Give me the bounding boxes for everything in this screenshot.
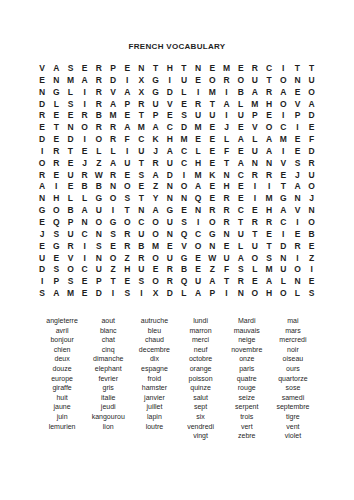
word-item: serpent [224, 402, 270, 412]
grid-cell-r17c15: A [234, 253, 248, 265]
grid-cell-r15c3: U [63, 229, 77, 241]
grid-cell-r1c17: C [262, 63, 276, 75]
grid-cell-r2c8: X [134, 75, 148, 87]
grid-cell-r8c8: U [134, 146, 148, 158]
grid-cell-r10c9: A [149, 170, 163, 182]
grid-cell-r18c7: H [120, 264, 134, 276]
grid-cell-r13c6: I [106, 205, 120, 217]
grid-cell-r2c16: U [248, 75, 262, 87]
grid-cell-r20c6: I [106, 288, 120, 300]
grid-cell-r3c14: I [219, 87, 233, 99]
grid-cell-r4c8: R [134, 99, 148, 111]
grid-cell-r18c10: R [163, 264, 177, 276]
grid-cell-r6c6: R [106, 122, 120, 134]
grid-cell-r19c20: E [305, 276, 319, 288]
grid-cell-r4c9: U [149, 99, 163, 111]
grid-cell-r12c7: S [120, 193, 134, 205]
grid-cell-r18c1: D [35, 264, 49, 276]
grid-cell-r19c8: S [134, 276, 148, 288]
grid-cell-r6c1: E [35, 122, 49, 134]
grid-cell-r2c1: E [35, 75, 49, 87]
grid-cell-r8c11: C [177, 146, 191, 158]
grid-cell-r17c10: U [163, 253, 177, 265]
word-item: ours [270, 364, 316, 374]
word-item: salut [178, 393, 224, 403]
grid-cell-r5c10: E [163, 110, 177, 122]
grid-cell-r17c4: I [78, 253, 92, 265]
grid-cell-r2c15: O [234, 75, 248, 87]
grid-cell-r3c17: R [262, 87, 276, 99]
grid-cell-r19c6: T [106, 276, 120, 288]
grid-cell-r13c19: V [290, 205, 304, 217]
grid-cell-r17c3: V [63, 253, 77, 265]
grid-cell-r9c2: R [49, 158, 63, 170]
grid-cell-r7c8: C [134, 134, 148, 146]
grid-cell-r7c12: E [191, 134, 205, 146]
grid-cell-r9c3: E [63, 158, 77, 170]
grid-cell-r10c16: R [248, 170, 262, 182]
grid-cell-r7c1: D [35, 134, 49, 146]
word-item: rouge [224, 383, 270, 393]
word-item: chat [85, 335, 131, 345]
grid-cell-r19c7: E [120, 276, 134, 288]
grid-cell-r10c17: R [262, 170, 276, 182]
grid-cell-r17c18: N [276, 253, 290, 265]
grid-cell-r4c17: H [262, 99, 276, 111]
grid-cell-r4c20: A [305, 99, 319, 111]
grid-cell-r3c2: G [49, 87, 63, 99]
grid-cell-r18c12: E [191, 264, 205, 276]
word-item: merci [178, 335, 224, 345]
grid-cell-r16c16: U [248, 241, 262, 253]
grid-cell-r13c12: N [191, 205, 205, 217]
grid-cell-r1c7: E [120, 63, 134, 75]
grid-cell-r13c7: T [120, 205, 134, 217]
grid-cell-r3c12: I [191, 87, 205, 99]
grid-cell-r4c11: E [177, 99, 191, 111]
grid-cell-r4c4: I [78, 99, 92, 111]
grid-cell-r8c9: J [149, 146, 163, 158]
word-item: mauvais [224, 326, 270, 336]
grid-cell-r20c4: E [78, 288, 92, 300]
word-item: vingt [178, 431, 224, 441]
grid-cell-r11c15: E [234, 181, 248, 193]
grid-cell-r17c6: O [106, 253, 120, 265]
grid-cell-r15c18: I [276, 229, 290, 241]
grid-cell-r8c16: U [248, 146, 262, 158]
grid-cell-r19c18: L [276, 276, 290, 288]
word-item: vert [224, 422, 270, 432]
grid-cell-r10c10: D [163, 170, 177, 182]
word-item: quatre [224, 374, 270, 384]
grid-cell-r6c16: V [248, 122, 262, 134]
grid-cell-r14c1: E [35, 217, 49, 229]
grid-cell-r8c6: L [106, 146, 120, 158]
grid-cell-r15c9: O [149, 229, 163, 241]
grid-cell-r5c17: E [262, 110, 276, 122]
word-item: deux [39, 354, 85, 364]
grid-cell-r5c4: R [78, 110, 92, 122]
grid-cell-r13c1: G [35, 205, 49, 217]
grid-cell-r15c16: T [248, 229, 262, 241]
grid-cell-r16c20: E [305, 241, 319, 253]
grid-cell-r15c10: N [163, 229, 177, 241]
grid-cell-r15c8: U [134, 229, 148, 241]
grid-cell-r17c2: E [49, 253, 63, 265]
word-item: quartorze [270, 374, 316, 384]
grid-cell-r5c7: E [120, 110, 134, 122]
grid-cell-r11c14: H [219, 181, 233, 193]
grid-cell-r4c16: M [248, 99, 262, 111]
grid-cell-r14c11: S [177, 217, 191, 229]
grid-cell-r19c1: I [35, 276, 49, 288]
grid-cell-r16c9: M [149, 241, 163, 253]
grid-cell-r5c15: U [234, 110, 248, 122]
grid-cell-r16c14: E [219, 241, 233, 253]
grid-cell-r3c9: G [149, 87, 163, 99]
grid-cell-r19c5: P [92, 276, 106, 288]
grid-cell-r9c12: H [191, 158, 205, 170]
grid-cell-r8c13: E [205, 146, 219, 158]
grid-cell-r12c16: I [248, 193, 262, 205]
grid-cell-r1c19: T [290, 63, 304, 75]
worksheet-page: FRENCH VOCABULARY VASERPENTHTNEMERCITTEN… [0, 0, 354, 500]
grid-cell-r10c12: M [191, 170, 205, 182]
word-list-column-3: autruchebleuchauddecembredixespagnefroid… [131, 316, 177, 441]
grid-cell-r17c20: Z [305, 253, 319, 265]
grid-cell-r4c10: V [163, 99, 177, 111]
grid-cell-r9c11: C [177, 158, 191, 170]
grid-cell-r12c9: Y [149, 193, 163, 205]
grid-cell-r1c3: S [63, 63, 77, 75]
grid-cell-r15c17: E [262, 229, 276, 241]
word-item: tigre [270, 412, 316, 422]
grid-cell-r18c19: O [290, 264, 304, 276]
grid-cell-r19c17: A [262, 276, 276, 288]
grid-cell-r1c18: I [276, 63, 290, 75]
grid-cell-r11c13: E [205, 181, 219, 193]
grid-cell-r8c1: I [35, 146, 49, 158]
grid-cell-r20c5: D [92, 288, 106, 300]
grid-cell-r14c14: R [219, 217, 233, 229]
grid-cell-r12c15: E [234, 193, 248, 205]
grid-cell-r11c6: N [106, 181, 120, 193]
grid-cell-r7c17: A [262, 134, 276, 146]
grid-cell-r4c14: A [219, 99, 233, 111]
grid-cell-r2c13: O [205, 75, 219, 87]
grid-cell-r6c2: T [49, 122, 63, 134]
word-item: loutre [131, 422, 177, 432]
grid-cell-r5c16: P [248, 110, 262, 122]
grid-cell-r19c13: A [205, 276, 219, 288]
grid-cell-r1c10: H [163, 63, 177, 75]
word-item: bleu [131, 326, 177, 336]
word-item: noir [270, 345, 316, 355]
word-item: oiseau [270, 354, 316, 364]
grid-cell-r2c6: D [106, 75, 120, 87]
grid-cell-r16c17: T [262, 241, 276, 253]
word-item: gris [85, 383, 131, 393]
grid-cell-r2c7: I [120, 75, 134, 87]
grid-cell-r13c9: A [149, 205, 163, 217]
grid-cell-r12c10: N [163, 193, 177, 205]
grid-cell-r15c19: E [290, 229, 304, 241]
grid-cell-r6c10: C [163, 122, 177, 134]
grid-cell-r19c11: Q [177, 276, 191, 288]
word-item: paris [224, 364, 270, 374]
word-item: lundi [178, 316, 224, 326]
grid-cell-r6c11: D [177, 122, 191, 134]
word-item: cinq [85, 345, 131, 355]
grid-cell-r12c11: N [177, 193, 191, 205]
word-item: chaud [131, 335, 177, 345]
grid-cell-r6c9: A [149, 122, 163, 134]
grid-cell-r15c1: J [35, 229, 49, 241]
word-item: froid [131, 374, 177, 384]
word-item: quinze [178, 383, 224, 393]
word-item: dix [131, 354, 177, 364]
grid-cell-r14c10: U [163, 217, 177, 229]
grid-cell-r14c13: O [205, 217, 219, 229]
grid-cell-r17c11: G [177, 253, 191, 265]
grid-cell-r14c19: I [290, 217, 304, 229]
grid-cell-r4c6: A [106, 99, 120, 111]
grid-cell-r7c14: L [219, 134, 233, 146]
grid-cell-r5c20: D [305, 110, 319, 122]
grid-cell-r13c5: U [92, 205, 106, 217]
word-item: juillet [131, 402, 177, 412]
grid-cell-r14c18: C [276, 217, 290, 229]
grid-cell-r16c6: E [106, 241, 120, 253]
grid-cell-r12c5: G [92, 193, 106, 205]
grid-cell-r7c20: F [305, 134, 319, 146]
grid-cell-r14c7: O [120, 217, 134, 229]
word-item: vent [270, 422, 316, 432]
grid-cell-r13c17: H [262, 205, 276, 217]
grid-cell-r2c14: R [219, 75, 233, 87]
grid-cell-r7c5: O [92, 134, 106, 146]
grid-cell-r13c14: R [219, 205, 233, 217]
word-item: decembre [131, 345, 177, 355]
grid-cell-r16c12: O [191, 241, 205, 253]
word-item: violet [270, 431, 316, 441]
grid-cell-r16c3: R [63, 241, 77, 253]
word-list-column-5: Mardimauvaisneigenovembreonzeparisquatre… [224, 316, 270, 441]
grid-cell-r9c4: J [78, 158, 92, 170]
grid-cell-r15c12: C [191, 229, 205, 241]
grid-cell-r12c6: O [106, 193, 120, 205]
grid-cell-r9c20: R [305, 158, 319, 170]
grid-cell-r1c14: M [219, 63, 233, 75]
grid-cell-r2c20: U [305, 75, 319, 87]
grid-cell-r4c19: V [290, 99, 304, 111]
grid-cell-r12c18: G [276, 193, 290, 205]
grid-cell-r17c16: O [248, 253, 262, 265]
grid-cell-r18c11: B [177, 264, 191, 276]
grid-cell-r7c19: E [290, 134, 304, 146]
grid-cell-r16c19: R [290, 241, 304, 253]
grid-cell-r3c18: A [276, 87, 290, 99]
grid-cell-r9c15: A [234, 158, 248, 170]
grid-cell-r18c14: F [219, 264, 233, 276]
grid-cell-r6c15: E [234, 122, 248, 134]
word-list-column-6: maimarsmercredinoiroiseauoursquartorzeso… [270, 316, 316, 441]
grid-cell-r10c5: W [92, 170, 106, 182]
word-item: marron [178, 326, 224, 336]
grid-cell-r2c2: N [49, 75, 63, 87]
grid-cell-r18c3: O [63, 264, 77, 276]
grid-cell-r5c14: I [219, 110, 233, 122]
grid-cell-r15c2: S [49, 229, 63, 241]
grid-cell-r7c11: M [177, 134, 191, 146]
grid-cell-r20c11: L [177, 288, 191, 300]
grid-cell-r14c8: C [134, 217, 148, 229]
grid-cell-r15c7: R [120, 229, 134, 241]
grid-cell-r7c9: K [149, 134, 163, 146]
grid-cell-r14c17: R [262, 217, 276, 229]
word-item: octobre [178, 354, 224, 364]
grid-cell-r2c17: T [262, 75, 276, 87]
grid-cell-r15c6: S [106, 229, 120, 241]
grid-cell-r3c4: I [78, 87, 92, 99]
grid-cell-r15c20: B [305, 229, 319, 241]
grid-cell-r3c11: L [177, 87, 191, 99]
grid-cell-r2c5: R [92, 75, 106, 87]
grid-cell-r10c6: R [106, 170, 120, 182]
grid-cell-r9c1: O [35, 158, 49, 170]
word-item: onze [224, 354, 270, 364]
grid-cell-r19c19: N [290, 276, 304, 288]
grid-cell-r14c6: G [106, 217, 120, 229]
grid-cell-r12c8: T [134, 193, 148, 205]
grid-cell-r8c20: D [305, 146, 319, 158]
grid-cell-r11c17: I [262, 181, 276, 193]
grid-cell-r12c3: L [63, 193, 77, 205]
grid-cell-r7c10: H [163, 134, 177, 146]
grid-cell-r16c1: E [35, 241, 49, 253]
grid-cell-r1c6: P [106, 63, 120, 75]
word-list: angleterreavrilbonjourchiendeuxdouzeeuro… [39, 316, 316, 441]
grid-cell-r19c10: R [163, 276, 177, 288]
grid-cell-r16c13: N [205, 241, 219, 253]
grid-cell-r8c14: F [219, 146, 233, 158]
grid-cell-r14c9: O [149, 217, 163, 229]
grid-cell-r2c11: U [177, 75, 191, 87]
grid-cell-r5c13: U [205, 110, 219, 122]
grid-cell-r12c2: H [49, 193, 63, 205]
grid-cell-r4c12: R [191, 99, 205, 111]
grid-cell-r15c4: C [78, 229, 92, 241]
grid-cell-r13c4: A [78, 205, 92, 217]
grid-cell-r19c16: E [248, 276, 262, 288]
grid-cell-r9c19: S [290, 158, 304, 170]
grid-cell-r16c10: E [163, 241, 177, 253]
grid-cell-r9c6: A [106, 158, 120, 170]
grid-cell-r15c11: Q [177, 229, 191, 241]
grid-cell-r7c15: A [234, 134, 248, 146]
grid-cell-r6c12: M [191, 122, 205, 134]
grid-cell-r9c10: U [163, 158, 177, 170]
grid-cell-r20c13: P [205, 288, 219, 300]
grid-cell-r13c11: E [177, 205, 191, 217]
grid-cell-r18c9: E [149, 264, 163, 276]
grid-cell-r5c1: R [35, 110, 49, 122]
grid-cell-r13c13: R [205, 205, 219, 217]
grid-cell-r2c19: N [290, 75, 304, 87]
grid-cell-r19c2: P [49, 276, 63, 288]
grid-cell-r1c4: E [78, 63, 92, 75]
word-item: neuf [178, 345, 224, 355]
grid-cell-r3c8: X [134, 87, 148, 99]
grid-cell-r17c1: U [35, 253, 49, 265]
word-item: lemurien [39, 422, 85, 432]
grid-cell-r5c19: P [290, 110, 304, 122]
grid-cell-r10c2: E [49, 170, 63, 182]
grid-cell-r6c4: O [78, 122, 92, 134]
grid-cell-r20c8: I [134, 288, 148, 300]
grid-cell-r16c11: V [177, 241, 191, 253]
grid-cell-r1c1: V [35, 63, 49, 75]
word-item: fevrier [85, 374, 131, 384]
grid-cell-r17c12: E [191, 253, 205, 265]
puzzle-title: FRENCH VOCABULARY [0, 42, 354, 51]
grid-cell-r8c17: A [262, 146, 276, 158]
grid-cell-r10c15: C [234, 170, 248, 182]
grid-cell-r7c13: E [205, 134, 219, 146]
grid-cell-r4c13: T [205, 99, 219, 111]
grid-cell-r3c16: A [248, 87, 262, 99]
grid-cell-r9c17: N [262, 158, 276, 170]
grid-cell-r5c9: P [149, 110, 163, 122]
grid-cell-r10c13: K [205, 170, 219, 182]
word-item: sose [270, 383, 316, 393]
wordsearch-grid: VASERPENTHTNEMERCITTENMARDIXGIUEOROUTONU… [35, 63, 319, 300]
grid-cell-r3c3: L [63, 87, 77, 99]
grid-cell-r12c20: J [305, 193, 319, 205]
grid-cell-r19c12: U [191, 276, 205, 288]
word-item: neige [224, 335, 270, 345]
grid-cell-r13c18: A [276, 205, 290, 217]
grid-cell-r6c19: I [290, 122, 304, 134]
grid-cell-r18c18: U [276, 264, 290, 276]
grid-cell-r18c16: L [248, 264, 262, 276]
grid-cell-r8c10: A [163, 146, 177, 158]
grid-cell-r6c7: A [120, 122, 134, 134]
grid-cell-r11c7: O [120, 181, 134, 193]
grid-cell-r18c4: C [78, 264, 92, 276]
grid-cell-r4c7: P [120, 99, 134, 111]
grid-cell-r11c1: A [35, 181, 49, 193]
grid-cell-r14c20: O [305, 217, 319, 229]
grid-cell-r5c6: M [106, 110, 120, 122]
grid-cell-r5c12: U [191, 110, 205, 122]
grid-cell-r13c15: C [234, 205, 248, 217]
word-item: angleterre [39, 316, 85, 326]
grid-cell-r17c17: S [262, 253, 276, 265]
grid-cell-r11c8: E [134, 181, 148, 193]
grid-cell-r17c9: O [149, 253, 163, 265]
grid-cell-r3c7: A [120, 87, 134, 99]
grid-cell-r14c12: I [191, 217, 205, 229]
grid-cell-r9c9: R [149, 158, 163, 170]
grid-cell-r10c7: E [120, 170, 134, 182]
grid-cell-r9c16: N [248, 158, 262, 170]
grid-cell-r1c13: E [205, 63, 219, 75]
word-item: janvier [131, 393, 177, 403]
grid-cell-r4c3: S [63, 99, 77, 111]
word-item: Mardi [224, 316, 270, 326]
grid-cell-r18c2: S [49, 264, 63, 276]
